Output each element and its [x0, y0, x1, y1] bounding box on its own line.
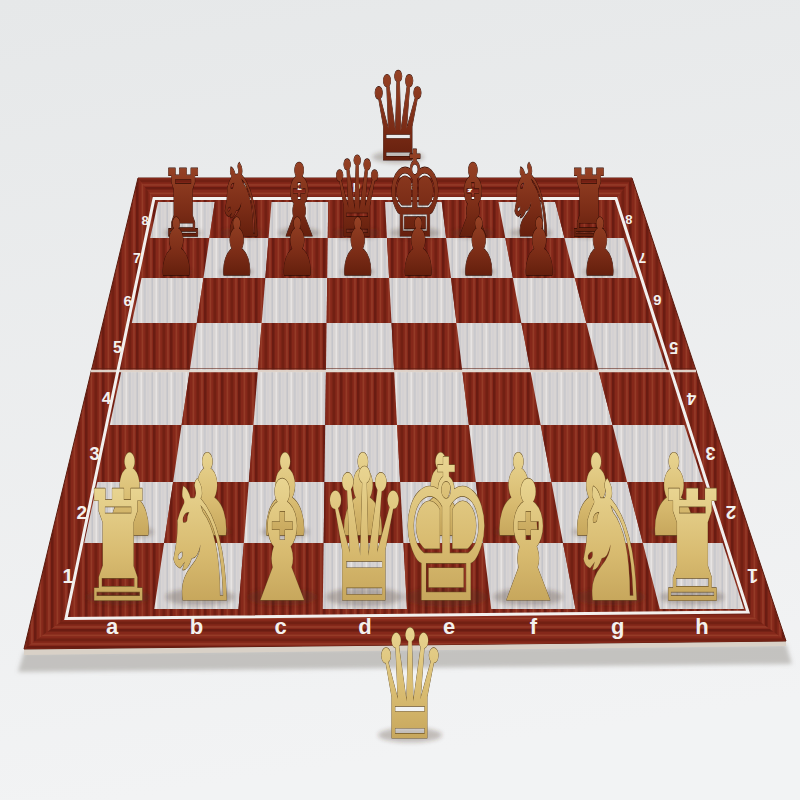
board-scene: 8877665544332211aabbccddeeffgghh♛♜♞♝♛♚♝♞…: [0, 0, 800, 800]
piece-light-knight-b1: ♞: [159, 445, 242, 639]
piece-dark-pawn-h7: ♟: [580, 201, 620, 294]
rank-label-right-1: 1: [747, 565, 758, 587]
rank-label-right-4: 4: [686, 389, 696, 408]
piece-dark-pawn-e7: ♟: [399, 201, 439, 294]
rank-label-right-8: 8: [625, 212, 632, 227]
square-a4: [110, 372, 190, 425]
square-d4: [325, 372, 397, 425]
piece-light-queen-offboard-bottom: ♛: [372, 597, 447, 774]
rank-label-left-5: 5: [113, 339, 122, 356]
rank-label-right-7: 7: [638, 250, 646, 266]
piece-dark-pawn-d7: ♟: [338, 201, 378, 294]
rank-label-left-1: 1: [63, 565, 74, 587]
square-b5: [189, 323, 261, 372]
square-a5: [121, 323, 197, 372]
square-g4: [531, 372, 613, 425]
piece-dark-pawn-c7: ♟: [277, 201, 317, 294]
rank-label-left-8: 8: [141, 213, 148, 228]
piece-light-rook-a1: ♜: [80, 458, 156, 636]
piece-light-bishop-f1: ♝: [487, 445, 570, 639]
square-f5: [456, 323, 530, 372]
square-d5: [326, 323, 394, 372]
square-e4: [394, 372, 469, 425]
square-g5: [521, 323, 599, 372]
piece-dark-pawn-b7: ♟: [217, 201, 257, 294]
piece-light-bishop-c1: ♝: [241, 445, 324, 639]
square-c4: [253, 372, 326, 425]
piece-dark-pawn-a7: ♟: [156, 201, 196, 294]
square-f4: [462, 372, 540, 425]
square-e5: [392, 323, 463, 372]
piece-light-knight-g1: ♞: [569, 445, 652, 639]
square-b4: [182, 372, 258, 425]
rank-label-left-4: 4: [102, 389, 112, 408]
rank-label-right-6: 6: [653, 292, 661, 309]
piece-light-rook-h1: ♜: [654, 458, 730, 636]
piece-dark-pawn-g7: ♟: [520, 201, 560, 294]
rank-label-left-6: 6: [124, 292, 132, 309]
chessboard-photo: 8877665544332211aabbccddeeffgghh♛♜♞♝♛♚♝♞…: [0, 0, 800, 800]
rank-label-left-7: 7: [133, 250, 141, 266]
piece-dark-pawn-f7: ♟: [459, 201, 499, 294]
square-c5: [258, 323, 327, 372]
rank-label-right-5: 5: [669, 339, 678, 356]
